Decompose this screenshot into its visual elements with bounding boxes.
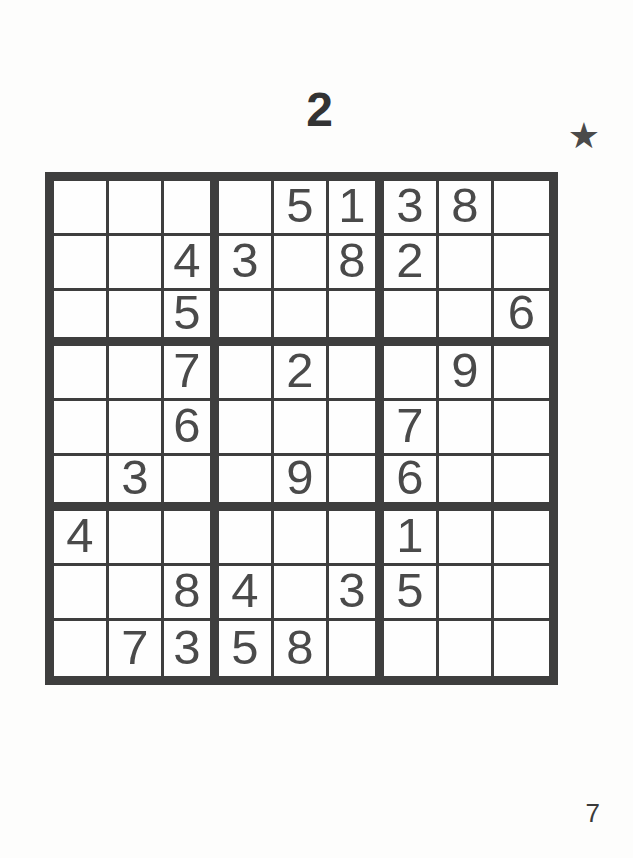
cell-r3c5[interactable]: [274, 291, 329, 346]
cell-r1c4[interactable]: [219, 181, 274, 236]
cell-r9c2[interactable]: 7: [109, 621, 164, 676]
cell-r6c1[interactable]: [54, 456, 109, 511]
cell-r1c3[interactable]: [164, 181, 219, 236]
cell-r7c3[interactable]: [164, 511, 219, 566]
cell-r8c1[interactable]: [54, 566, 109, 621]
cell-r8c9[interactable]: [494, 566, 549, 621]
cell-r7c9[interactable]: [494, 511, 549, 566]
cell-r6c4[interactable]: [219, 456, 274, 511]
cell-r3c9[interactable]: 6: [494, 291, 549, 346]
cell-r1c7[interactable]: 3: [384, 181, 439, 236]
cell-r7c2[interactable]: [109, 511, 164, 566]
cell-r2c5[interactable]: [274, 236, 329, 291]
cell-r8c2[interactable]: [109, 566, 164, 621]
cell-r8c5[interactable]: [274, 566, 329, 621]
cell-r2c6[interactable]: 8: [329, 236, 384, 291]
cell-r7c6[interactable]: [329, 511, 384, 566]
cell-r7c8[interactable]: [439, 511, 494, 566]
cell-r3c7[interactable]: [384, 291, 439, 346]
cell-r7c5[interactable]: [274, 511, 329, 566]
cell-r9c1[interactable]: [54, 621, 109, 676]
puzzle-number: 2: [45, 86, 594, 134]
cell-r9c4[interactable]: 5: [219, 621, 274, 676]
cell-r5c2[interactable]: [109, 401, 164, 456]
cell-r6c7[interactable]: 6: [384, 456, 439, 511]
cell-r5c7[interactable]: 7: [384, 401, 439, 456]
cell-r8c3[interactable]: 8: [164, 566, 219, 621]
cell-r7c4[interactable]: [219, 511, 274, 566]
cell-r3c8[interactable]: [439, 291, 494, 346]
cell-r4c3[interactable]: 7: [164, 346, 219, 401]
cell-r3c2[interactable]: [109, 291, 164, 346]
cell-r3c4[interactable]: [219, 291, 274, 346]
cell-r6c2[interactable]: 3: [109, 456, 164, 511]
cell-r1c8[interactable]: 8: [439, 181, 494, 236]
difficulty-star-icon: ★: [568, 118, 600, 154]
cell-r7c7[interactable]: 1: [384, 511, 439, 566]
cell-r5c1[interactable]: [54, 401, 109, 456]
cell-r4c5[interactable]: 2: [274, 346, 329, 401]
cell-r4c4[interactable]: [219, 346, 274, 401]
cell-r1c9[interactable]: [494, 181, 549, 236]
cell-r2c4[interactable]: 3: [219, 236, 274, 291]
page-number: 7: [586, 800, 600, 826]
cell-r8c7[interactable]: 5: [384, 566, 439, 621]
cell-r9c6[interactable]: [329, 621, 384, 676]
cell-r9c9[interactable]: [494, 621, 549, 676]
cell-r5c3[interactable]: 6: [164, 401, 219, 456]
cell-r5c8[interactable]: [439, 401, 494, 456]
sudoku-board: 5138438256729673964184357358: [45, 172, 558, 685]
cell-r5c5[interactable]: [274, 401, 329, 456]
cell-r9c3[interactable]: 3: [164, 621, 219, 676]
cell-r6c9[interactable]: [494, 456, 549, 511]
cell-r4c7[interactable]: [384, 346, 439, 401]
cell-r3c1[interactable]: [54, 291, 109, 346]
cell-r1c1[interactable]: [54, 181, 109, 236]
cell-r4c9[interactable]: [494, 346, 549, 401]
cell-r5c6[interactable]: [329, 401, 384, 456]
cell-r2c7[interactable]: 2: [384, 236, 439, 291]
cell-r1c5[interactable]: 5: [274, 181, 329, 236]
cell-r9c7[interactable]: [384, 621, 439, 676]
cell-r4c1[interactable]: [54, 346, 109, 401]
cell-r6c5[interactable]: 9: [274, 456, 329, 511]
cell-r3c3[interactable]: 5: [164, 291, 219, 346]
cell-r6c8[interactable]: [439, 456, 494, 511]
cell-r6c3[interactable]: [164, 456, 219, 511]
cell-r2c8[interactable]: [439, 236, 494, 291]
cell-r1c6[interactable]: 1: [329, 181, 384, 236]
cell-r9c5[interactable]: 8: [274, 621, 329, 676]
cell-r5c9[interactable]: [494, 401, 549, 456]
book-page: 2 ★ 5138438256729673964184357358 7: [0, 0, 633, 858]
cell-r4c6[interactable]: [329, 346, 384, 401]
cell-r3c6[interactable]: [329, 291, 384, 346]
cell-r4c8[interactable]: 9: [439, 346, 494, 401]
cell-r8c8[interactable]: [439, 566, 494, 621]
cell-r1c2[interactable]: [109, 181, 164, 236]
cell-r2c3[interactable]: 4: [164, 236, 219, 291]
cell-r7c1[interactable]: 4: [54, 511, 109, 566]
cell-r2c1[interactable]: [54, 236, 109, 291]
cell-r2c2[interactable]: [109, 236, 164, 291]
cell-r5c4[interactable]: [219, 401, 274, 456]
cell-r8c4[interactable]: 4: [219, 566, 274, 621]
cell-r2c9[interactable]: [494, 236, 549, 291]
cell-r4c2[interactable]: [109, 346, 164, 401]
cell-r9c8[interactable]: [439, 621, 494, 676]
cell-r6c6[interactable]: [329, 456, 384, 511]
cell-r8c6[interactable]: 3: [329, 566, 384, 621]
